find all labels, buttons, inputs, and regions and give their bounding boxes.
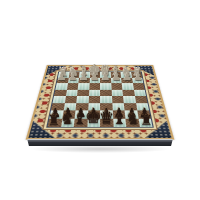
piece-black-rook[interactable]: ♜ [47,113,60,127]
piece-white-pawn[interactable]: ♟ [122,73,132,84]
piece-black-rook[interactable]: ♜ [140,113,153,127]
piece-black-bishop[interactable]: ♝ [113,112,127,128]
piece-white-pawn[interactable]: ♟ [133,73,143,84]
piece-white-pawn[interactable]: ♟ [57,73,67,84]
piece-black-king[interactable]: ♚ [85,109,102,128]
piece-white-pawn[interactable]: ♟ [101,73,111,84]
piece-black-knight[interactable]: ♞ [126,112,140,127]
piece-white-pawn[interactable]: ♟ [68,73,78,84]
piece-black-knight[interactable]: ♞ [60,112,74,127]
piece-white-pawn[interactable]: ♟ [112,73,122,84]
piece-white-pawn[interactable]: ♟ [90,73,100,84]
pieces-layer: ♜♞♝♛♚♝♞♜♟♟♟♟♟♟♟♟♟♟♟♟♟♟♟♟♜♞♝♛♚♝♞♜ [0,0,200,200]
piece-black-bishop[interactable]: ♝ [73,112,87,128]
photo-canvas: ♜♞♝♛♚♝♞♜♟♟♟♟♟♟♟♟♟♟♟♟♟♟♟♟♜♞♝♛♚♝♞♜ [0,0,200,200]
piece-white-pawn[interactable]: ♟ [79,73,89,84]
